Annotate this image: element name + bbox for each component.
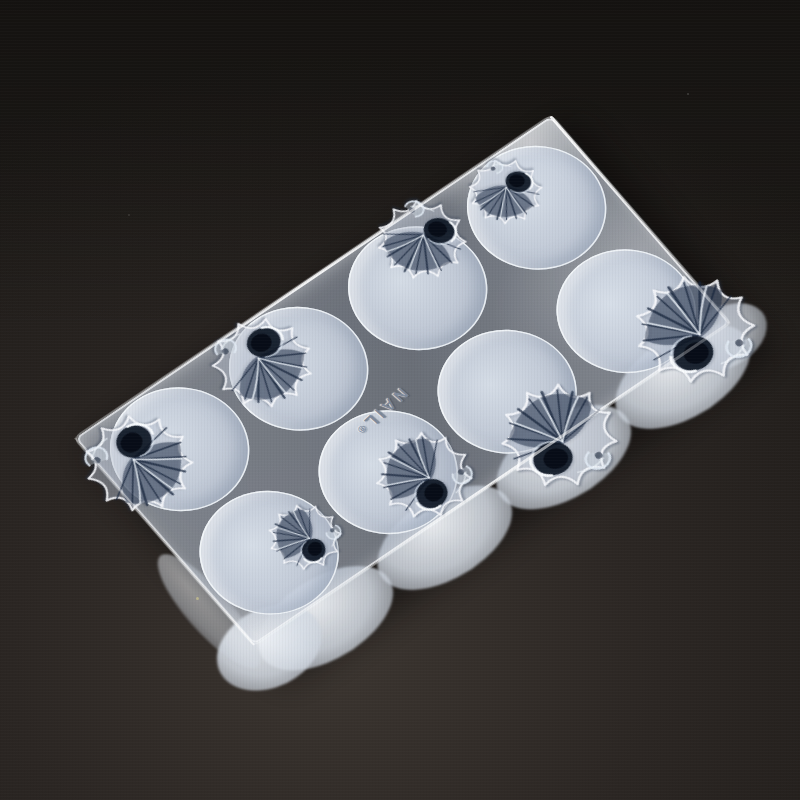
dust-speck xyxy=(687,93,689,95)
flower-impression xyxy=(496,191,584,270)
dust-speck xyxy=(128,214,130,216)
photo-stage: NAIL® xyxy=(0,0,800,800)
dust-speck xyxy=(196,597,199,600)
